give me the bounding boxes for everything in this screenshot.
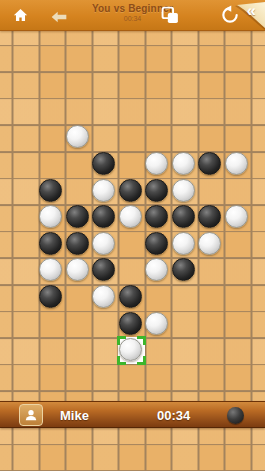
copy-icon (159, 5, 181, 26)
stone-white (66, 258, 89, 281)
back-button[interactable] (51, 9, 67, 27)
collapse-icon[interactable]: « (247, 1, 256, 21)
stone-white (39, 205, 62, 228)
player-bar: Mike 00:34 (0, 401, 265, 428)
stone-white (172, 152, 195, 175)
turn-indicator-black-stone (227, 407, 244, 424)
stone-black (145, 205, 168, 228)
stone-black (92, 205, 115, 228)
player-name: Mike (60, 402, 89, 429)
top-bar: You vs Beginner 00:34 (0, 0, 265, 31)
stone-white (92, 232, 115, 255)
stone-black (39, 285, 62, 308)
stone-black (92, 258, 115, 281)
stone-white (225, 205, 248, 228)
stone-white (119, 338, 142, 361)
stone-black (92, 152, 115, 175)
stone-black (39, 232, 62, 255)
stone-white (145, 258, 168, 281)
stone-white (172, 232, 195, 255)
stone-black (198, 205, 221, 228)
back-arrow-icon (51, 11, 67, 23)
stone-white (198, 232, 221, 255)
stone-white (119, 205, 142, 228)
stone-white (172, 179, 195, 202)
stone-black (198, 152, 221, 175)
stone-black (39, 179, 62, 202)
avatar[interactable] (19, 404, 43, 426)
stone-black (66, 205, 89, 228)
person-icon (24, 408, 38, 422)
stone-white (66, 125, 89, 148)
stone-white (145, 152, 168, 175)
copy-button[interactable] (159, 5, 181, 30)
stone-black (119, 179, 142, 202)
stone-black (119, 312, 142, 335)
stone-black (172, 258, 195, 281)
stone-white (145, 312, 168, 335)
home-button[interactable] (12, 7, 29, 27)
stone-white (39, 258, 62, 281)
stone-white (92, 179, 115, 202)
home-icon (12, 7, 29, 23)
gomoku-app: You vs Beginner 00:34 (0, 0, 265, 471)
stone-white (225, 152, 248, 175)
stone-black (172, 205, 195, 228)
player-timer: 00:34 (157, 402, 190, 429)
stone-white (92, 285, 115, 308)
stone-black (145, 232, 168, 255)
stone-black (119, 285, 142, 308)
stone-black (66, 232, 89, 255)
stone-black (145, 179, 168, 202)
